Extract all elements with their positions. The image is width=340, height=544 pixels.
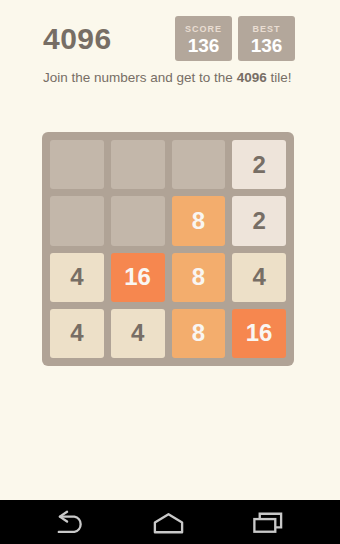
tile-8-r4c3: 8 <box>172 309 226 358</box>
recents-button[interactable] <box>227 500 307 544</box>
empty-cell-r1c3 <box>172 140 226 189</box>
tile-16-r3c2: 16 <box>111 253 165 302</box>
game-board[interactable]: 2824168444816 <box>42 132 294 366</box>
empty-cell-r2c1 <box>50 196 104 245</box>
score-box: SCORE 136 <box>175 16 232 61</box>
recent-apps-icon <box>250 509 285 535</box>
tile-8-r2c3: 8 <box>172 196 226 245</box>
score-value: 136 <box>188 35 220 56</box>
home-button[interactable] <box>128 500 208 544</box>
tile-2-r2c4: 2 <box>232 196 286 245</box>
back-button[interactable] <box>29 500 109 544</box>
subtitle-prefix: Join the numbers and get to the <box>43 70 237 85</box>
best-value: 136 <box>251 35 283 56</box>
page-title: 4096 <box>43 22 112 56</box>
tile-4-r3c1: 4 <box>50 253 104 302</box>
phone-screen: 4096 SCORE 136 BEST 136 Join the numbers… <box>0 0 340 544</box>
subtitle: Join the numbers and get to the 4096 til… <box>43 66 297 89</box>
app-header: 4096 SCORE 136 BEST 136 <box>43 14 295 62</box>
empty-cell-r2c2 <box>111 196 165 245</box>
best-box: BEST 136 <box>238 16 295 61</box>
tile-4-r4c1: 4 <box>50 309 104 358</box>
tile-16-r4c4: 16 <box>232 309 286 358</box>
tile-4-r4c2: 4 <box>111 309 165 358</box>
empty-cell-r1c2 <box>111 140 165 189</box>
back-icon <box>52 509 87 535</box>
android-nav-bar <box>0 500 340 544</box>
score-boxes: SCORE 136 BEST 136 <box>175 16 295 61</box>
tile-8-r3c3: 8 <box>172 253 226 302</box>
subtitle-suffix: tile! <box>267 70 292 85</box>
tile-4-r3c4: 4 <box>232 253 286 302</box>
subtitle-goal: 4096 <box>237 70 267 85</box>
tile-2-r1c4: 2 <box>232 140 286 189</box>
score-label: SCORE <box>185 23 222 35</box>
home-icon <box>151 509 186 535</box>
best-label: BEST <box>252 23 280 35</box>
empty-cell-r1c1 <box>50 140 104 189</box>
